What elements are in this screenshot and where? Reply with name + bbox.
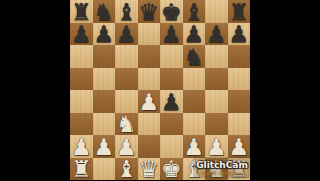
letterbox-left xyxy=(0,0,70,180)
square-a4[interactable] xyxy=(70,90,93,113)
piece-black-pawn-a7[interactable]: ♟ xyxy=(71,23,92,46)
square-g2[interactable]: ♟ xyxy=(205,135,228,158)
square-h1[interactable]: ♜ xyxy=(228,158,251,181)
square-c2[interactable]: ♟ xyxy=(115,135,138,158)
square-d3[interactable] xyxy=(138,113,161,136)
square-h2[interactable]: ♟ xyxy=(228,135,251,158)
square-c8[interactable]: ♝ xyxy=(115,0,138,23)
square-e8[interactable]: ♚ xyxy=(160,0,183,23)
app-screen: ♜♞♝♛♚♝♜♟♟♟♟♟♟♟♞♟♟♞♟♟♟♟♟♟♜♝♛♚♝♞♜ GlitchCa… xyxy=(0,0,320,180)
square-e7[interactable]: ♟ xyxy=(160,23,183,46)
square-a5[interactable] xyxy=(70,68,93,91)
piece-white-pawn-b2[interactable]: ♟ xyxy=(93,136,114,159)
square-d4[interactable]: ♟ xyxy=(138,90,161,113)
square-h6[interactable] xyxy=(228,45,251,68)
piece-black-pawn-b7[interactable]: ♟ xyxy=(93,23,114,46)
square-g1[interactable]: ♞ xyxy=(205,158,228,181)
square-h7[interactable]: ♟ xyxy=(228,23,251,46)
square-g3[interactable] xyxy=(205,113,228,136)
chess-board[interactable]: ♜♞♝♛♚♝♜♟♟♟♟♟♟♟♞♟♟♞♟♟♟♟♟♟♜♝♛♚♝♞♜ xyxy=(70,0,250,180)
square-b5[interactable] xyxy=(93,68,116,91)
square-e3[interactable] xyxy=(160,113,183,136)
letterbox-right xyxy=(250,0,320,180)
square-e4[interactable]: ♟ xyxy=(160,90,183,113)
square-f5[interactable] xyxy=(183,68,206,91)
square-a7[interactable]: ♟ xyxy=(70,23,93,46)
square-a6[interactable] xyxy=(70,45,93,68)
square-g6[interactable] xyxy=(205,45,228,68)
square-e2[interactable] xyxy=(160,135,183,158)
square-a2[interactable]: ♟ xyxy=(70,135,93,158)
square-f2[interactable]: ♟ xyxy=(183,135,206,158)
square-a8[interactable]: ♜ xyxy=(70,0,93,23)
square-b3[interactable] xyxy=(93,113,116,136)
piece-white-knight-g1[interactable]: ♞ xyxy=(206,158,227,180)
square-d6[interactable] xyxy=(138,45,161,68)
piece-white-rook-h1[interactable]: ♜ xyxy=(228,158,249,180)
piece-black-pawn-e4[interactable]: ♟ xyxy=(161,91,182,114)
piece-black-pawn-e7[interactable]: ♟ xyxy=(161,23,182,46)
square-f7[interactable]: ♟ xyxy=(183,23,206,46)
square-c7[interactable]: ♟ xyxy=(115,23,138,46)
square-c4[interactable] xyxy=(115,90,138,113)
square-d7[interactable] xyxy=(138,23,161,46)
piece-black-pawn-g7[interactable]: ♟ xyxy=(206,23,227,46)
square-f6[interactable]: ♞ xyxy=(183,45,206,68)
square-a3[interactable] xyxy=(70,113,93,136)
square-g7[interactable]: ♟ xyxy=(205,23,228,46)
square-b4[interactable] xyxy=(93,90,116,113)
piece-white-pawn-d4[interactable]: ♟ xyxy=(138,91,159,114)
square-d1[interactable]: ♛ xyxy=(138,158,161,181)
piece-white-bishop-f1[interactable]: ♝ xyxy=(183,158,204,180)
piece-white-bishop-c1[interactable]: ♝ xyxy=(116,158,137,180)
square-g4[interactable] xyxy=(205,90,228,113)
piece-black-queen-d8[interactable]: ♛ xyxy=(138,1,159,24)
square-e1[interactable]: ♚ xyxy=(160,158,183,181)
square-e5[interactable] xyxy=(160,68,183,91)
square-d8[interactable]: ♛ xyxy=(138,0,161,23)
square-f3[interactable] xyxy=(183,113,206,136)
square-b8[interactable]: ♞ xyxy=(93,0,116,23)
piece-black-knight-f6[interactable]: ♞ xyxy=(183,46,204,69)
square-f1[interactable]: ♝ xyxy=(183,158,206,181)
square-c6[interactable] xyxy=(115,45,138,68)
piece-black-pawn-h7[interactable]: ♟ xyxy=(228,23,249,46)
square-g5[interactable] xyxy=(205,68,228,91)
piece-white-king-e1[interactable]: ♚ xyxy=(161,158,182,180)
square-c3[interactable]: ♞ xyxy=(115,113,138,136)
square-b1[interactable] xyxy=(93,158,116,181)
square-h8[interactable]: ♜ xyxy=(228,0,251,23)
square-e6[interactable] xyxy=(160,45,183,68)
square-g8[interactable] xyxy=(205,0,228,23)
square-d2[interactable] xyxy=(138,135,161,158)
square-d5[interactable] xyxy=(138,68,161,91)
square-c1[interactable]: ♝ xyxy=(115,158,138,181)
square-b2[interactable]: ♟ xyxy=(93,135,116,158)
piece-black-pawn-c7[interactable]: ♟ xyxy=(116,23,137,46)
square-b7[interactable]: ♟ xyxy=(93,23,116,46)
square-b6[interactable] xyxy=(93,45,116,68)
square-f8[interactable]: ♝ xyxy=(183,0,206,23)
piece-white-queen-d1[interactable]: ♛ xyxy=(138,158,159,180)
piece-white-rook-a1[interactable]: ♜ xyxy=(71,158,92,180)
square-h4[interactable] xyxy=(228,90,251,113)
square-f4[interactable] xyxy=(183,90,206,113)
square-h3[interactable] xyxy=(228,113,251,136)
square-a1[interactable]: ♜ xyxy=(70,158,93,181)
square-c5[interactable] xyxy=(115,68,138,91)
square-h5[interactable] xyxy=(228,68,251,91)
